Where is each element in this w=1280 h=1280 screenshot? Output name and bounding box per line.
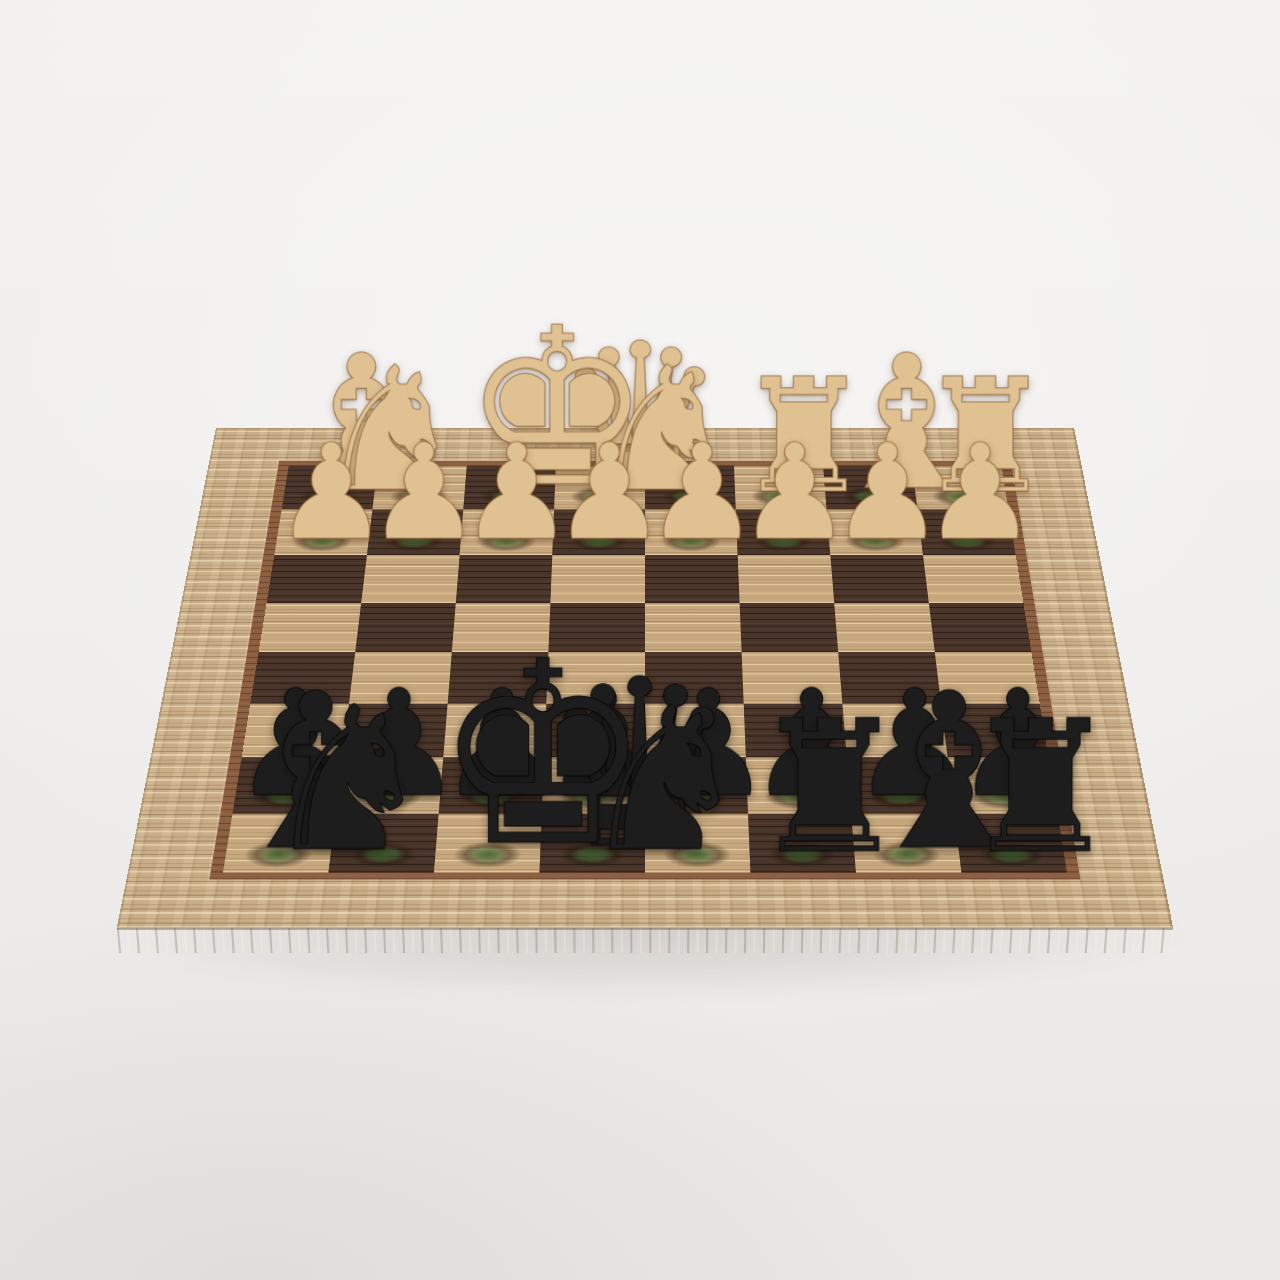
piece-white-pawn[interactable]: ♟ bbox=[645, 432, 738, 554]
piece-white-pawn[interactable]: ♟ bbox=[738, 432, 831, 554]
piece-white-pawn[interactable]: ♟ bbox=[923, 432, 1016, 554]
square[interactable]: ♟ bbox=[274, 510, 372, 556]
square[interactable]: ♟ bbox=[460, 510, 555, 556]
square[interactable] bbox=[929, 603, 1032, 652]
piece-white-pawn[interactable]: ♟ bbox=[830, 432, 923, 554]
piece-black-king[interactable]: ♚ bbox=[434, 639, 540, 872]
square[interactable] bbox=[740, 603, 839, 652]
square[interactable]: ♚ bbox=[434, 814, 542, 873]
board-grid: ♝♞♚♛♞♜♝♜♟♟♟♟♟♟♟♟♟♟♟♟♟♟♟♟♝♞♚♛♞♜♝♜ bbox=[223, 466, 1067, 873]
square[interactable] bbox=[259, 603, 362, 652]
piece-black-rook[interactable]: ♜ bbox=[961, 703, 1067, 871]
square[interactable]: ♟ bbox=[367, 510, 463, 556]
square[interactable] bbox=[834, 603, 935, 652]
square[interactable]: ♞ bbox=[645, 814, 751, 873]
piece-white-pawn[interactable]: ♟ bbox=[552, 432, 645, 554]
scene: ♝♞♚♛♞♜♝♜♟♟♟♟♟♟♟♟♟♟♟♟♟♟♟♟♝♞♚♛♞♜♝♜ bbox=[0, 0, 1280, 1280]
square[interactable]: ♟ bbox=[827, 510, 923, 556]
square[interactable]: ♜ bbox=[748, 814, 856, 873]
board-front-edge bbox=[117, 928, 1173, 953]
square[interactable]: ♜ bbox=[954, 814, 1067, 873]
square[interactable]: ♟ bbox=[736, 510, 831, 556]
piece-white-pawn[interactable]: ♟ bbox=[367, 432, 460, 554]
square[interactable]: ♟ bbox=[552, 510, 645, 556]
square[interactable]: ♟ bbox=[918, 510, 1016, 556]
piece-white-pawn[interactable]: ♟ bbox=[274, 432, 367, 554]
piece-white-pawn[interactable]: ♟ bbox=[460, 432, 553, 554]
piece-black-rook[interactable]: ♜ bbox=[750, 703, 856, 871]
piece-black-knight[interactable]: ♞ bbox=[645, 688, 751, 871]
chess-board: ♝♞♚♛♞♜♝♜♟♟♟♟♟♟♟♟♟♟♟♟♟♟♟♟♝♞♚♛♞♜♝♜ bbox=[117, 428, 1173, 928]
square[interactable]: ♞ bbox=[328, 814, 438, 873]
piece-black-knight[interactable]: ♞ bbox=[328, 688, 434, 871]
square[interactable]: ♟ bbox=[645, 510, 738, 556]
